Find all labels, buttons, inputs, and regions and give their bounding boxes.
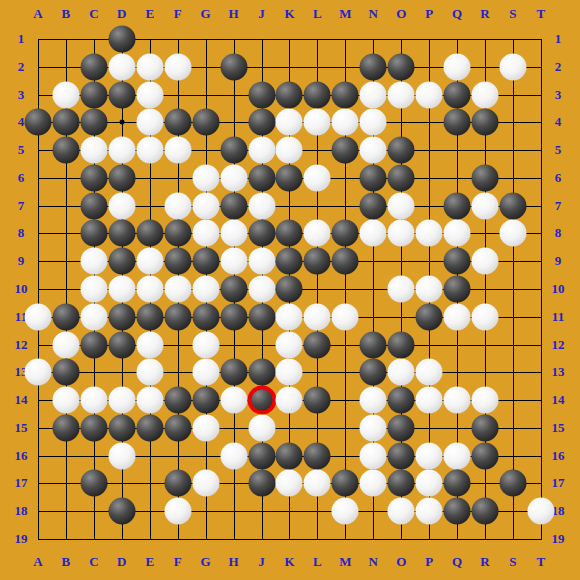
black-stone-K6[interactable] xyxy=(276,164,303,191)
black-stone-G14[interactable] xyxy=(192,387,219,414)
white-stone-N16[interactable] xyxy=(360,442,387,469)
black-stone-F15[interactable] xyxy=(164,414,191,441)
column-label-bottom: P xyxy=(425,554,433,570)
black-stone-O16[interactable] xyxy=(388,442,415,469)
column-label-top: N xyxy=(369,6,378,22)
black-stone-B15[interactable] xyxy=(52,414,79,441)
white-stone-L8[interactable] xyxy=(304,220,331,247)
black-stone-C6[interactable] xyxy=(80,164,107,191)
white-stone-C14[interactable] xyxy=(80,387,107,414)
black-stone-P11[interactable] xyxy=(416,303,443,330)
white-stone-J7[interactable] xyxy=(248,192,275,219)
white-stone-Q16[interactable] xyxy=(444,442,471,469)
white-stone-K4[interactable] xyxy=(276,109,303,136)
row-label-right: 17 xyxy=(552,475,565,491)
white-stone-K14[interactable] xyxy=(276,387,303,414)
black-stone-K8[interactable] xyxy=(276,220,303,247)
white-stone-N3[interactable] xyxy=(360,81,387,108)
black-stone-M9[interactable] xyxy=(332,248,359,275)
column-label-bottom: Q xyxy=(452,554,462,570)
white-stone-P10[interactable] xyxy=(416,276,443,303)
black-stone-F4[interactable] xyxy=(164,109,191,136)
column-label-top: S xyxy=(509,6,516,22)
row-label-right: 16 xyxy=(552,448,565,464)
white-stone-N4[interactable] xyxy=(360,109,387,136)
column-label-top: F xyxy=(174,6,182,22)
grid-line-horizontal xyxy=(38,539,542,540)
white-stone-A13[interactable] xyxy=(25,359,52,386)
white-stone-L17[interactable] xyxy=(304,470,331,497)
black-stone-M3[interactable] xyxy=(332,81,359,108)
white-stone-N17[interactable] xyxy=(360,470,387,497)
white-stone-D10[interactable] xyxy=(108,276,135,303)
white-stone-K13[interactable] xyxy=(276,359,303,386)
black-stone-F17[interactable] xyxy=(164,470,191,497)
white-stone-O7[interactable] xyxy=(388,192,415,219)
black-stone-D1[interactable] xyxy=(108,26,135,53)
row-label-right: 5 xyxy=(555,142,562,158)
black-stone-F9[interactable] xyxy=(164,248,191,275)
white-stone-S8[interactable] xyxy=(499,220,526,247)
row-label-left: 7 xyxy=(18,198,25,214)
row-label-right: 14 xyxy=(552,392,565,408)
white-stone-H6[interactable] xyxy=(220,164,247,191)
black-stone-H11[interactable] xyxy=(220,303,247,330)
black-stone-O5[interactable] xyxy=(388,137,415,164)
black-stone-B4[interactable] xyxy=(52,109,79,136)
white-stone-D16[interactable] xyxy=(108,442,135,469)
white-stone-O10[interactable] xyxy=(388,276,415,303)
white-stone-H9[interactable] xyxy=(220,248,247,275)
white-stone-Q11[interactable] xyxy=(444,303,471,330)
black-stone-H2[interactable] xyxy=(220,53,247,80)
white-stone-S2[interactable] xyxy=(499,53,526,80)
row-label-left: 15 xyxy=(15,420,28,436)
white-stone-E12[interactable] xyxy=(136,331,163,358)
white-stone-D2[interactable] xyxy=(108,53,135,80)
column-label-top: B xyxy=(62,6,71,22)
row-label-left: 8 xyxy=(18,225,25,241)
row-label-left: 18 xyxy=(15,503,28,519)
black-stone-O12[interactable] xyxy=(388,331,415,358)
black-stone-G4[interactable] xyxy=(192,109,219,136)
black-stone-L16[interactable] xyxy=(304,442,331,469)
black-stone-M5[interactable] xyxy=(332,137,359,164)
column-label-top: E xyxy=(145,6,154,22)
white-stone-D5[interactable] xyxy=(108,137,135,164)
white-stone-F7[interactable] xyxy=(164,192,191,219)
white-stone-K12[interactable] xyxy=(276,331,303,358)
black-stone-C3[interactable] xyxy=(80,81,107,108)
black-stone-R15[interactable] xyxy=(472,414,499,441)
white-stone-O18[interactable] xyxy=(388,498,415,525)
column-label-bottom: E xyxy=(145,554,154,570)
white-stone-A11[interactable] xyxy=(25,303,52,330)
black-stone-D3[interactable] xyxy=(108,81,135,108)
black-stone-D12[interactable] xyxy=(108,331,135,358)
black-stone-J16[interactable] xyxy=(248,442,275,469)
black-stone-F11[interactable] xyxy=(164,303,191,330)
white-stone-G8[interactable] xyxy=(192,220,219,247)
black-stone-H5[interactable] xyxy=(220,137,247,164)
black-stone-J6[interactable] xyxy=(248,164,275,191)
black-stone-C15[interactable] xyxy=(80,414,107,441)
white-stone-E13[interactable] xyxy=(136,359,163,386)
white-stone-M11[interactable] xyxy=(332,303,359,330)
black-stone-H13[interactable] xyxy=(220,359,247,386)
white-stone-C5[interactable] xyxy=(80,137,107,164)
black-stone-L12[interactable] xyxy=(304,331,331,358)
row-label-right: 9 xyxy=(555,253,562,269)
white-stone-O13[interactable] xyxy=(388,359,415,386)
row-label-left: 17 xyxy=(15,475,28,491)
white-stone-E3[interactable] xyxy=(136,81,163,108)
black-stone-D11[interactable] xyxy=(108,303,135,330)
star-point xyxy=(119,120,124,125)
column-label-top: C xyxy=(89,6,98,22)
white-stone-L4[interactable] xyxy=(304,109,331,136)
black-stone-F8[interactable] xyxy=(164,220,191,247)
black-stone-J11[interactable] xyxy=(248,303,275,330)
black-stone-L3[interactable] xyxy=(304,81,331,108)
black-stone-C8[interactable] xyxy=(80,220,107,247)
black-stone-Q10[interactable] xyxy=(444,276,471,303)
white-stone-C10[interactable] xyxy=(80,276,107,303)
black-stone-E15[interactable] xyxy=(136,414,163,441)
white-stone-O3[interactable] xyxy=(388,81,415,108)
black-stone-Q17[interactable] xyxy=(444,470,471,497)
row-label-right: 4 xyxy=(555,114,562,130)
column-label-bottom: M xyxy=(339,554,351,570)
black-stone-K16[interactable] xyxy=(276,442,303,469)
column-label-top: J xyxy=(258,6,265,22)
black-stone-D9[interactable] xyxy=(108,248,135,275)
row-label-right: 10 xyxy=(552,281,565,297)
white-stone-F10[interactable] xyxy=(164,276,191,303)
white-stone-D14[interactable] xyxy=(108,387,135,414)
white-stone-H14[interactable] xyxy=(220,387,247,414)
black-stone-R18[interactable] xyxy=(472,498,499,525)
black-stone-S17[interactable] xyxy=(499,470,526,497)
white-stone-R11[interactable] xyxy=(472,303,499,330)
column-label-top: T xyxy=(537,6,546,22)
column-label-bottom: R xyxy=(480,554,489,570)
black-stone-C7[interactable] xyxy=(80,192,107,219)
white-stone-F5[interactable] xyxy=(164,137,191,164)
white-stone-J10[interactable] xyxy=(248,276,275,303)
column-label-bottom: B xyxy=(62,554,71,570)
black-stone-H7[interactable] xyxy=(220,192,247,219)
row-label-right: 13 xyxy=(552,364,565,380)
black-stone-O15[interactable] xyxy=(388,414,415,441)
black-stone-N7[interactable] xyxy=(360,192,387,219)
white-stone-G15[interactable] xyxy=(192,414,219,441)
column-label-top: P xyxy=(425,6,433,22)
white-stone-G12[interactable] xyxy=(192,331,219,358)
column-label-bottom: J xyxy=(258,554,265,570)
black-stone-C17[interactable] xyxy=(80,470,107,497)
black-stone-M17[interactable] xyxy=(332,470,359,497)
white-stone-N15[interactable] xyxy=(360,414,387,441)
white-stone-O8[interactable] xyxy=(388,220,415,247)
white-stone-R9[interactable] xyxy=(472,248,499,275)
white-stone-G17[interactable] xyxy=(192,470,219,497)
black-stone-R4[interactable] xyxy=(472,109,499,136)
row-label-right: 1 xyxy=(555,31,562,47)
white-stone-J5[interactable] xyxy=(248,137,275,164)
white-stone-E14[interactable] xyxy=(136,387,163,414)
black-stone-E8[interactable] xyxy=(136,220,163,247)
black-stone-D18[interactable] xyxy=(108,498,135,525)
white-stone-J15[interactable] xyxy=(248,414,275,441)
white-stone-C11[interactable] xyxy=(80,303,107,330)
black-stone-C2[interactable] xyxy=(80,53,107,80)
black-stone-D15[interactable] xyxy=(108,414,135,441)
white-stone-F18[interactable] xyxy=(164,498,191,525)
white-stone-P16[interactable] xyxy=(416,442,443,469)
black-stone-O2[interactable] xyxy=(388,53,415,80)
go-board-screenshot: AABBCCDDEEFFGGHHJJKKLLMMNNOOPPQQRRSSTT11… xyxy=(0,0,580,580)
black-stone-R6[interactable] xyxy=(472,164,499,191)
row-label-left: 19 xyxy=(15,531,28,547)
white-stone-F2[interactable] xyxy=(164,53,191,80)
white-stone-P17[interactable] xyxy=(416,470,443,497)
black-stone-J4[interactable] xyxy=(248,109,275,136)
white-stone-D7[interactable] xyxy=(108,192,135,219)
black-stone-H10[interactable] xyxy=(220,276,247,303)
black-stone-R16[interactable] xyxy=(472,442,499,469)
white-stone-P18[interactable] xyxy=(416,498,443,525)
black-stone-D6[interactable] xyxy=(108,164,135,191)
row-label-left: 16 xyxy=(15,448,28,464)
black-stone-L14[interactable] xyxy=(304,387,331,414)
column-label-bottom: N xyxy=(369,554,378,570)
white-stone-L11[interactable] xyxy=(304,303,331,330)
white-stone-L6[interactable] xyxy=(304,164,331,191)
black-stone-G9[interactable] xyxy=(192,248,219,275)
black-stone-G11[interactable] xyxy=(192,303,219,330)
white-stone-P14[interactable] xyxy=(416,387,443,414)
white-stone-J9[interactable] xyxy=(248,248,275,275)
black-stone-A4[interactable] xyxy=(25,109,52,136)
black-stone-Q4[interactable] xyxy=(444,109,471,136)
column-label-bottom: H xyxy=(229,554,239,570)
column-label-top: G xyxy=(201,6,211,22)
white-stone-N14[interactable] xyxy=(360,387,387,414)
row-label-left: 3 xyxy=(18,87,25,103)
row-label-right: 11 xyxy=(552,309,564,325)
white-stone-N8[interactable] xyxy=(360,220,387,247)
column-label-top: A xyxy=(33,6,42,22)
white-stone-N5[interactable] xyxy=(360,137,387,164)
column-label-bottom: T xyxy=(537,554,546,570)
black-stone-J13[interactable] xyxy=(248,359,275,386)
row-label-left: 10 xyxy=(15,281,28,297)
white-stone-B12[interactable] xyxy=(52,331,79,358)
white-stone-R7[interactable] xyxy=(472,192,499,219)
white-stone-B3[interactable] xyxy=(52,81,79,108)
white-stone-T18[interactable] xyxy=(527,498,554,525)
black-stone-E11[interactable] xyxy=(136,303,163,330)
black-stone-D8[interactable] xyxy=(108,220,135,247)
black-stone-J8[interactable] xyxy=(248,220,275,247)
row-label-left: 4 xyxy=(18,114,25,130)
black-stone-O14[interactable] xyxy=(388,387,415,414)
black-stone-K3[interactable] xyxy=(276,81,303,108)
black-stone-N12[interactable] xyxy=(360,331,387,358)
column-label-bottom: D xyxy=(117,554,126,570)
grid-line-vertical xyxy=(541,39,542,540)
white-stone-R3[interactable] xyxy=(472,81,499,108)
white-stone-K11[interactable] xyxy=(276,303,303,330)
black-stone-Q7[interactable] xyxy=(444,192,471,219)
black-stone-N13[interactable] xyxy=(360,359,387,386)
black-stone-O17[interactable] xyxy=(388,470,415,497)
column-label-bottom: L xyxy=(313,554,322,570)
white-stone-M18[interactable] xyxy=(332,498,359,525)
white-stone-C9[interactable] xyxy=(80,248,107,275)
column-label-top: M xyxy=(339,6,351,22)
white-stone-G6[interactable] xyxy=(192,164,219,191)
white-stone-Q2[interactable] xyxy=(444,53,471,80)
white-stone-E9[interactable] xyxy=(136,248,163,275)
white-stone-P8[interactable] xyxy=(416,220,443,247)
black-stone-B11[interactable] xyxy=(52,303,79,330)
grid-line-vertical xyxy=(513,39,514,540)
row-label-left: 14 xyxy=(15,392,28,408)
row-label-right: 3 xyxy=(555,87,562,103)
black-stone-Q3[interactable] xyxy=(444,81,471,108)
row-label-left: 1 xyxy=(18,31,25,47)
white-stone-E2[interactable] xyxy=(136,53,163,80)
column-label-bottom: A xyxy=(33,554,42,570)
white-stone-E5[interactable] xyxy=(136,137,163,164)
white-stone-Q8[interactable] xyxy=(444,220,471,247)
row-label-left: 12 xyxy=(15,337,28,353)
black-stone-Q18[interactable] xyxy=(444,498,471,525)
row-label-right: 2 xyxy=(555,59,562,75)
row-label-left: 2 xyxy=(18,59,25,75)
last-move-marker-red-circle xyxy=(247,386,276,415)
column-label-top: R xyxy=(480,6,489,22)
white-stone-G10[interactable] xyxy=(192,276,219,303)
column-label-bottom: K xyxy=(284,554,294,570)
row-label-right: 8 xyxy=(555,225,562,241)
white-stone-K5[interactable] xyxy=(276,137,303,164)
column-label-top: D xyxy=(117,6,126,22)
row-label-left: 5 xyxy=(18,142,25,158)
black-stone-N2[interactable] xyxy=(360,53,387,80)
black-stone-M8[interactable] xyxy=(332,220,359,247)
white-stone-P3[interactable] xyxy=(416,81,443,108)
black-stone-C4[interactable] xyxy=(80,109,107,136)
white-stone-E4[interactable] xyxy=(136,109,163,136)
column-label-top: H xyxy=(229,6,239,22)
black-stone-J14[interactable] xyxy=(248,387,275,414)
column-label-top: K xyxy=(284,6,294,22)
white-stone-H8[interactable] xyxy=(220,220,247,247)
white-stone-B14[interactable] xyxy=(52,387,79,414)
black-stone-L9[interactable] xyxy=(304,248,331,275)
black-stone-J3[interactable] xyxy=(248,81,275,108)
column-label-top: O xyxy=(396,6,406,22)
row-label-right: 7 xyxy=(555,198,562,214)
black-stone-O6[interactable] xyxy=(388,164,415,191)
column-label-bottom: O xyxy=(396,554,406,570)
white-stone-R14[interactable] xyxy=(472,387,499,414)
black-stone-F14[interactable] xyxy=(164,387,191,414)
black-stone-Q9[interactable] xyxy=(444,248,471,275)
row-label-right: 15 xyxy=(552,420,565,436)
black-stone-C12[interactable] xyxy=(80,331,107,358)
column-label-bottom: F xyxy=(174,554,182,570)
white-stone-H16[interactable] xyxy=(220,442,247,469)
column-label-bottom: C xyxy=(89,554,98,570)
row-label-left: 9 xyxy=(18,253,25,269)
row-label-right: 19 xyxy=(552,531,565,547)
black-stone-B5[interactable] xyxy=(52,137,79,164)
column-label-bottom: S xyxy=(509,554,516,570)
black-stone-N6[interactable] xyxy=(360,164,387,191)
white-stone-G7[interactable] xyxy=(192,192,219,219)
black-stone-J17[interactable] xyxy=(248,470,275,497)
black-stone-B13[interactable] xyxy=(52,359,79,386)
row-label-right: 12 xyxy=(552,337,565,353)
black-stone-K9[interactable] xyxy=(276,248,303,275)
white-stone-Q14[interactable] xyxy=(444,387,471,414)
white-stone-G13[interactable] xyxy=(192,359,219,386)
white-stone-P13[interactable] xyxy=(416,359,443,386)
white-stone-E10[interactable] xyxy=(136,276,163,303)
black-stone-S7[interactable] xyxy=(499,192,526,219)
column-label-bottom: G xyxy=(201,554,211,570)
white-stone-M4[interactable] xyxy=(332,109,359,136)
row-label-left: 6 xyxy=(18,170,25,186)
column-label-top: L xyxy=(313,6,322,22)
black-stone-K10[interactable] xyxy=(276,276,303,303)
white-stone-K17[interactable] xyxy=(276,470,303,497)
row-label-right: 6 xyxy=(555,170,562,186)
column-label-top: Q xyxy=(452,6,462,22)
